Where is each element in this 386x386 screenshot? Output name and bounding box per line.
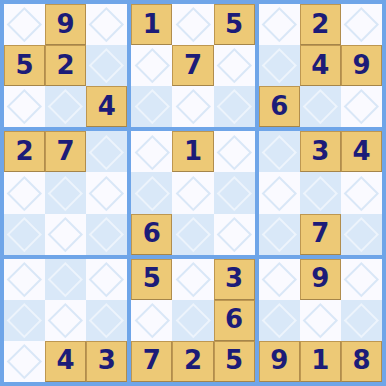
cell-r6c2[interactable] [45,214,86,255]
cell-r2c8[interactable]: 4 [300,45,341,86]
cell-r1c2[interactable]: 9 [45,4,86,45]
cell-r9c7[interactable]: 9 [259,341,300,382]
diamond-outline-icon [344,217,379,252]
cell-r2c6[interactable] [214,45,255,86]
cell-value: 4 [352,138,370,166]
cell-r5c9[interactable] [341,172,382,213]
cell-r4c4[interactable] [131,131,172,172]
cell-r4c8[interactable]: 3 [300,131,341,172]
cell-value: 7 [184,52,202,80]
cell-r3c2[interactable] [45,86,86,127]
diamond-outline-icon [7,344,42,379]
cell-value: 6 [143,220,161,248]
box-1-3: 2496 [259,4,382,127]
cell-r4c6[interactable] [214,131,255,172]
cell-value: 7 [57,138,75,166]
cell-r2c4[interactable] [131,45,172,86]
cell-r3c5[interactable] [172,86,213,127]
diamond-outline-icon [134,89,169,124]
diamond-outline-icon [344,89,379,124]
sudoku-board: 952415724962716347435367259918 [0,0,386,386]
cell-r5c5[interactable] [172,172,213,213]
diamond-outline-icon [176,176,211,211]
cell-value: 2 [311,11,329,39]
diamond-outline-icon [303,303,338,338]
box-1-1: 9524 [4,4,127,127]
cell-value: 7 [311,220,329,248]
cell-value: 1 [143,11,161,39]
cell-r8c5[interactable] [172,300,213,341]
cell-r5c6[interactable] [214,172,255,213]
cell-r7c9[interactable] [341,259,382,300]
cell-r8c7[interactable] [259,300,300,341]
cell-r9c5[interactable]: 2 [172,341,213,382]
cell-r7c3[interactable] [86,259,127,300]
cell-r9c3[interactable]: 3 [86,341,127,382]
cell-r9c1[interactable] [4,341,45,382]
diamond-outline-icon [217,48,252,83]
cell-r1c9[interactable] [341,4,382,45]
cell-r3c3[interactable]: 4 [86,86,127,127]
diamond-outline-icon [262,303,297,338]
cell-r8c3[interactable] [86,300,127,341]
cell-r2c1[interactable]: 5 [4,45,45,86]
cell-r3c8[interactable] [300,86,341,127]
cell-r4c5[interactable]: 1 [172,131,213,172]
cell-r7c5[interactable] [172,259,213,300]
cell-r4c1[interactable]: 2 [4,131,45,172]
box-2-1: 27 [4,131,127,254]
diamond-outline-icon [48,217,83,252]
cell-value: 5 [225,347,243,375]
cell-r4c3[interactable] [86,131,127,172]
diamond-outline-icon [217,134,252,169]
diamond-outline-icon [262,262,297,297]
diamond-outline-icon [176,262,211,297]
cell-r6c3[interactable] [86,214,127,255]
cell-value: 6 [225,306,243,334]
cell-r1c3[interactable] [86,4,127,45]
cell-r5c1[interactable] [4,172,45,213]
cell-r6c1[interactable] [4,214,45,255]
cell-r6c5[interactable] [172,214,213,255]
diamond-outline-icon [217,89,252,124]
cell-r4c2[interactable]: 7 [45,131,86,172]
cell-value: 7 [143,347,161,375]
diamond-outline-icon [48,303,83,338]
cell-r6c6[interactable] [214,214,255,255]
cell-r5c2[interactable] [45,172,86,213]
diamond-outline-icon [262,176,297,211]
cell-value: 5 [143,265,161,293]
diamond-outline-icon [7,217,42,252]
cell-r9c2[interactable]: 4 [45,341,86,382]
cell-value: 9 [352,52,370,80]
cell-r3c4[interactable] [131,86,172,127]
diamond-outline-icon [344,303,379,338]
diamond-outline-icon [7,303,42,338]
cell-value: 4 [57,347,75,375]
diamond-outline-icon [303,176,338,211]
cell-r9c9[interactable]: 8 [341,341,382,382]
cell-r8c1[interactable] [4,300,45,341]
cell-value: 1 [311,347,329,375]
cell-r5c3[interactable] [86,172,127,213]
diamond-outline-icon [262,7,297,42]
cell-value: 2 [16,138,34,166]
diamond-outline-icon [217,217,252,252]
cell-r3c1[interactable] [4,86,45,127]
cell-r1c6[interactable]: 5 [214,4,255,45]
cell-r9c4[interactable]: 7 [131,341,172,382]
cell-value: 9 [57,11,75,39]
cell-r6c9[interactable] [341,214,382,255]
cell-r5c7[interactable] [259,172,300,213]
cell-r2c5[interactable]: 7 [172,45,213,86]
cell-value: 8 [352,347,370,375]
cell-value: 2 [57,52,75,80]
diamond-outline-icon [262,134,297,169]
cell-value: 9 [311,265,329,293]
diamond-outline-icon [176,89,211,124]
cell-value: 5 [16,52,34,80]
box-3-3: 9918 [259,259,382,382]
cell-r2c3[interactable] [86,45,127,86]
cell-r7c8[interactable]: 9 [300,259,341,300]
diamond-outline-icon [89,303,124,338]
cell-r4c9[interactable]: 4 [341,131,382,172]
diamond-outline-icon [344,262,379,297]
cell-value: 4 [98,93,116,121]
diamond-outline-icon [48,89,83,124]
cell-r8c2[interactable] [45,300,86,341]
diamond-outline-icon [176,303,211,338]
diamond-outline-icon [7,7,42,42]
diamond-outline-icon [48,262,83,297]
cell-r7c2[interactable] [45,259,86,300]
box-3-2: 536725 [131,259,254,382]
cell-r6c8[interactable]: 7 [300,214,341,255]
diamond-outline-icon [134,134,169,169]
diamond-outline-icon [262,217,297,252]
cell-r1c4[interactable]: 1 [131,4,172,45]
cell-r5c8[interactable] [300,172,341,213]
cell-r8c9[interactable] [341,300,382,341]
diamond-outline-icon [176,7,211,42]
cell-r2c7[interactable] [259,45,300,86]
box-2-2: 16 [131,131,254,254]
cell-r9c6[interactable]: 5 [214,341,255,382]
cell-value: 3 [311,138,329,166]
cell-r7c6[interactable]: 3 [214,259,255,300]
cell-r3c6[interactable] [214,86,255,127]
diamond-outline-icon [344,7,379,42]
cell-r1c5[interactable] [172,4,213,45]
cell-r7c7[interactable] [259,259,300,300]
diamond-outline-icon [217,176,252,211]
cell-r6c7[interactable] [259,214,300,255]
diamond-outline-icon [303,89,338,124]
cell-r8c6[interactable]: 6 [214,300,255,341]
cell-r6c4[interactable]: 6 [131,214,172,255]
cell-r1c7[interactable] [259,4,300,45]
box-3-1: 43 [4,259,127,382]
diamond-outline-icon [176,217,211,252]
diamond-outline-icon [89,7,124,42]
cell-value: 1 [184,138,202,166]
diamond-outline-icon [48,176,83,211]
cell-value: 9 [270,347,288,375]
diamond-outline-icon [262,48,297,83]
cell-r3c9[interactable] [341,86,382,127]
cell-r3c7[interactable]: 6 [259,86,300,127]
cell-value: 3 [98,347,116,375]
diamond-outline-icon [134,48,169,83]
cell-r9c8[interactable]: 1 [300,341,341,382]
cell-r4c7[interactable] [259,131,300,172]
cell-r5c4[interactable] [131,172,172,213]
cell-value: 5 [225,11,243,39]
diamond-outline-icon [7,262,42,297]
diamond-outline-icon [89,217,124,252]
cell-r2c2[interactable]: 2 [45,45,86,86]
diamond-outline-icon [134,303,169,338]
cell-r1c8[interactable]: 2 [300,4,341,45]
diamond-outline-icon [134,176,169,211]
cell-r8c8[interactable] [300,300,341,341]
diamond-outline-icon [89,262,124,297]
diamond-outline-icon [89,134,124,169]
diamond-outline-icon [89,48,124,83]
cell-r2c9[interactable]: 9 [341,45,382,86]
diamond-outline-icon [7,176,42,211]
diamond-outline-icon [89,176,124,211]
cell-r8c4[interactable] [131,300,172,341]
cell-r7c4[interactable]: 5 [131,259,172,300]
cell-value: 4 [311,52,329,80]
cell-value: 6 [270,93,288,121]
cell-value: 2 [184,347,202,375]
cell-value: 3 [225,265,243,293]
diamond-outline-icon [7,89,42,124]
diamond-outline-icon [344,176,379,211]
cell-r1c1[interactable] [4,4,45,45]
cell-r7c1[interactable] [4,259,45,300]
box-2-3: 347 [259,131,382,254]
box-1-2: 157 [131,4,254,127]
